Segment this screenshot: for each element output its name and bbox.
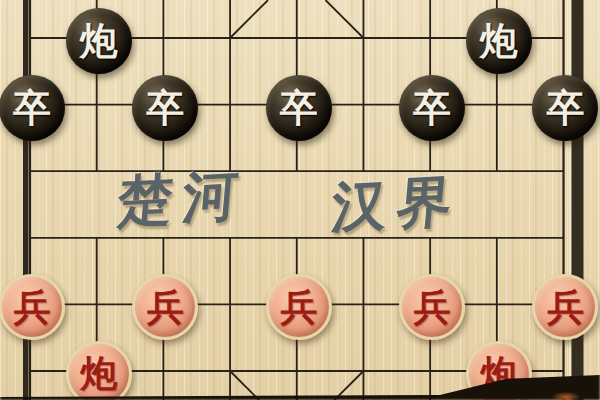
piece-glyph: 炮 xyxy=(480,355,517,392)
xiangqi-board: 楚河 汉界 炮炮卒卒卒卒卒兵兵兵兵兵炮炮 xyxy=(0,0,600,400)
piece-grid: 炮炮卒卒卒卒卒兵兵兵兵兵炮炮 xyxy=(0,5,597,400)
piece-glyph: 卒 xyxy=(280,89,318,127)
piece-glyph: 卒 xyxy=(546,89,584,127)
piece-black-soldier[interactable]: 卒 xyxy=(399,75,465,141)
piece-glyph: 兵 xyxy=(13,289,50,326)
piece-black-soldier[interactable]: 卒 xyxy=(132,75,198,141)
piece-black-soldier[interactable]: 卒 xyxy=(0,75,65,141)
piece-red-soldier[interactable]: 兵 xyxy=(399,274,465,340)
piece-glyph: 兵 xyxy=(414,289,451,326)
piece-red-soldier[interactable]: 兵 xyxy=(132,274,198,340)
piece-red-cannon[interactable]: 炮 xyxy=(66,341,132,400)
piece-glyph: 卒 xyxy=(13,89,51,127)
piece-red-soldier[interactable]: 兵 xyxy=(532,274,598,340)
piece-glyph: 卒 xyxy=(413,89,451,127)
piece-glyph: 兵 xyxy=(280,289,317,326)
piece-black-soldier[interactable]: 卒 xyxy=(266,75,332,141)
piece-glyph: 炮 xyxy=(80,355,117,392)
piece-red-soldier[interactable]: 兵 xyxy=(0,274,65,340)
piece-glyph: 炮 xyxy=(80,22,118,60)
piece-black-cannon[interactable]: 炮 xyxy=(466,8,532,74)
piece-glyph: 炮 xyxy=(480,22,518,60)
piece-red-cannon[interactable]: 炮 xyxy=(466,341,532,400)
piece-glyph: 兵 xyxy=(147,289,184,326)
piece-red-soldier[interactable]: 兵 xyxy=(266,274,332,340)
piece-glyph: 卒 xyxy=(146,89,184,127)
piece-glyph: 兵 xyxy=(547,289,584,326)
piece-black-cannon[interactable]: 炮 xyxy=(66,8,132,74)
piece-black-soldier[interactable]: 卒 xyxy=(532,75,598,141)
